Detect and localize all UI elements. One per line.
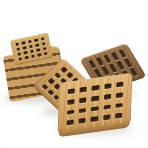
slot-hole (96, 57, 104, 66)
slot-hole (92, 95, 99, 101)
slot-hole (37, 53, 41, 57)
slot-hole (92, 85, 99, 91)
slot-hole (124, 58, 132, 67)
slot-hole (36, 48, 40, 52)
slot-hole (25, 56, 29, 60)
slot-hole (118, 49, 126, 58)
slot-hole (116, 82, 123, 88)
product-photo-scene (0, 0, 148, 148)
slot-hole (66, 72, 73, 78)
slot-hole (23, 46, 27, 50)
slot-hole (42, 42, 46, 46)
slot-hole (67, 120, 74, 126)
slot-hole (48, 78, 55, 84)
flat-trivet (57, 73, 132, 135)
slot-hole (79, 118, 86, 124)
slot-hole (44, 52, 48, 56)
slot-hole (47, 89, 54, 95)
stack-top-slots (15, 37, 47, 61)
slot-hole (54, 72, 61, 78)
slot-hole (115, 113, 122, 119)
slot-hole (22, 41, 26, 45)
slot-hole (115, 103, 122, 109)
slot-hole (67, 109, 74, 115)
slot-hole (34, 39, 38, 43)
slot-hole (91, 116, 98, 122)
slot-hole (80, 87, 87, 93)
slot-hole (28, 40, 32, 44)
slot-hole (42, 84, 49, 90)
slot-hole (40, 37, 44, 41)
slot-hole (111, 52, 119, 61)
slot-hole (61, 66, 68, 72)
slot-hole (31, 55, 35, 59)
slot-hole (109, 64, 117, 73)
flat-trivet-slots (67, 82, 124, 126)
slot-hole (116, 92, 123, 98)
slot-hole (104, 83, 111, 89)
slot-hole (43, 47, 47, 51)
slot-hole (79, 97, 86, 103)
slot-hole (103, 104, 110, 110)
slot-hole (101, 66, 109, 75)
slot-hole (91, 106, 98, 112)
slot-hole (30, 50, 34, 54)
slot-hole (29, 45, 33, 49)
slot-hole (103, 115, 110, 121)
slot-hole (18, 52, 22, 56)
slot-hole (16, 47, 20, 51)
slot-hole (79, 108, 86, 114)
slot-hole (116, 61, 124, 70)
slot-hole (15, 43, 19, 47)
slot-hole (68, 88, 75, 94)
slot-hole (24, 51, 28, 55)
slot-hole (88, 60, 96, 69)
slot-hole (19, 57, 23, 61)
slot-hole (103, 54, 111, 63)
slot-hole (35, 43, 39, 47)
slot-hole (104, 94, 111, 100)
slot-hole (67, 99, 74, 105)
